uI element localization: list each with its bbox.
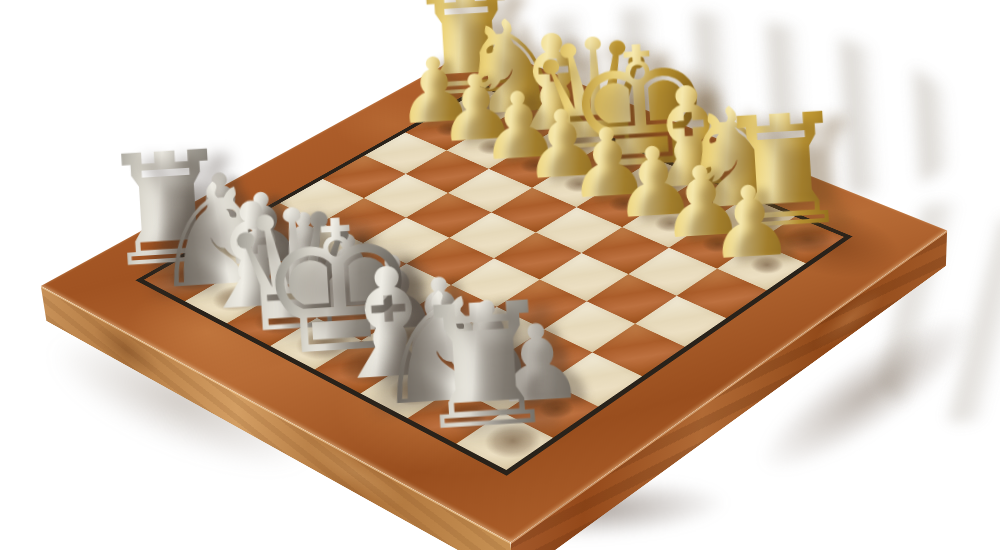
camera-tilt-wrapper: ♜♞♝♛♚♝♞♜♟♟♟♟♟♟♟♟♟♟♟♟♟♟♟♟♜♞♝♛♚♝♞♜ [0, 0, 1000, 550]
chess-board: ♜♞♝♛♚♝♞♜♟♟♟♟♟♟♟♟♟♟♟♟♟♟♟♟♜♞♝♛♚♝♞♜ [41, 44, 947, 542]
scene: ♜♞♝♛♚♝♞♜♟♟♟♟♟♟♟♟♟♟♟♟♟♟♟♟♜♞♝♛♚♝♞♜ [0, 0, 1000, 550]
product-photo-stage: ♜♞♝♛♚♝♞♜♟♟♟♟♟♟♟♟♟♟♟♟♟♟♟♟♜♞♝♛♚♝♞♜ [0, 0, 1000, 550]
piece-glyph-rook: ♜ [357, 275, 611, 458]
piece-glyph-pawn: ♟ [636, 167, 865, 278]
